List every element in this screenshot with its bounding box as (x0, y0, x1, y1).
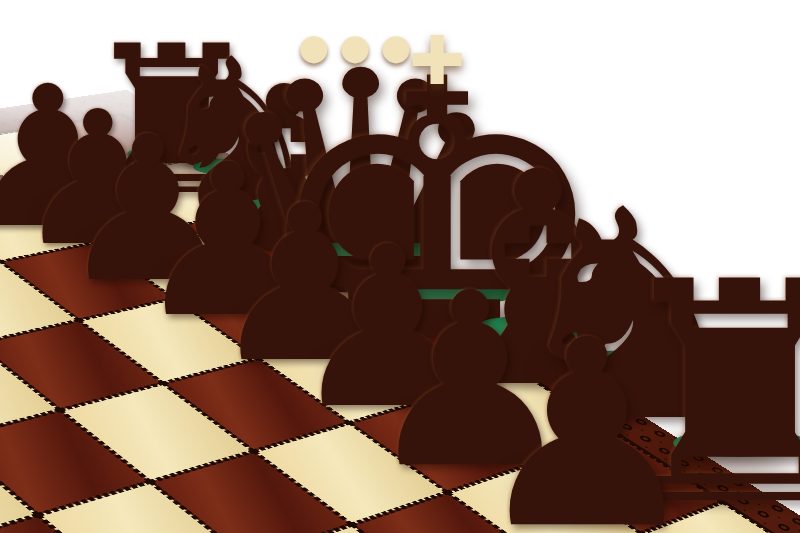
dark-pawn-glyph: ♟ (471, 285, 702, 533)
chess-set-photo: ♜♞♝♛●●●♚✚♝♞♜♟♟♟♟♟♟♟♟ (0, 0, 800, 533)
piece-h7-pawn[interactable]: ♟ (471, 306, 702, 533)
pieces-layer: ♜♞♝♛●●●♚✚♝♞♜♟♟♟♟♟♟♟♟ (0, 0, 800, 533)
king-cream-cross: ✚ (409, 28, 465, 95)
